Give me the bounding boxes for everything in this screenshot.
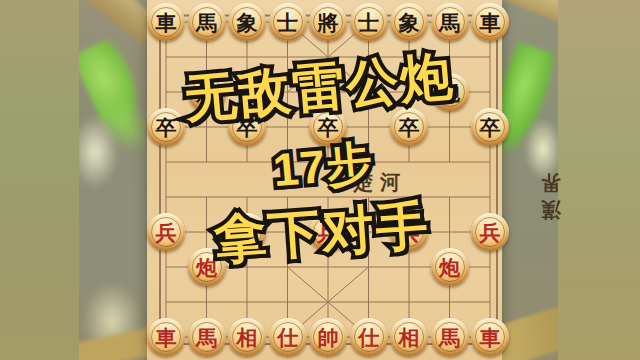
piece-red-advisor[interactable]: 仕 — [269, 318, 307, 356]
piece-red-general[interactable]: 帥 — [309, 318, 347, 356]
piece-red-soldier[interactable]: 兵 — [471, 213, 509, 251]
piece-glyph: 馬 — [439, 12, 460, 33]
piece-black-elephant[interactable]: 象 — [228, 3, 266, 41]
piece-glyph: 車 — [480, 12, 501, 33]
piece-glyph: 相 — [399, 327, 420, 348]
piece-black-horse[interactable]: 馬 — [188, 3, 226, 41]
piece-red-horse[interactable]: 馬 — [431, 318, 469, 356]
piece-glyph: 相 — [237, 327, 258, 348]
piece-glyph: 帥 — [318, 327, 339, 348]
piece-red-horse[interactable]: 馬 — [188, 318, 226, 356]
piece-red-chariot[interactable]: 車 — [147, 318, 185, 356]
piece-red-chariot[interactable]: 車 — [471, 318, 509, 356]
piece-black-elephant[interactable]: 象 — [390, 3, 428, 41]
piece-glyph: 馬 — [196, 12, 217, 33]
piece-glyph: 車 — [156, 327, 177, 348]
piece-red-elephant[interactable]: 相 — [228, 318, 266, 356]
piece-red-cannon[interactable]: 炮 — [431, 248, 469, 286]
background-foliage-left — [79, 0, 147, 360]
piece-glyph: 象 — [399, 12, 420, 33]
piece-black-general[interactable]: 將 — [309, 3, 347, 41]
piece-black-soldier[interactable]: 卒 — [471, 108, 509, 146]
piece-glyph: 車 — [480, 327, 501, 348]
background-branch — [500, 303, 558, 360]
piece-glyph: 炮 — [439, 257, 460, 278]
piece-black-horse[interactable]: 馬 — [431, 3, 469, 41]
piece-black-advisor[interactable]: 士 — [350, 3, 388, 41]
piece-black-advisor[interactable]: 士 — [269, 3, 307, 41]
piece-glyph: 仕 — [358, 327, 379, 348]
river-label-han: 漢界 — [534, 169, 561, 223]
piece-glyph: 象 — [237, 12, 258, 33]
piece-glyph: 車 — [156, 12, 177, 33]
piece-red-elephant[interactable]: 相 — [390, 318, 428, 356]
piece-glyph: 士 — [277, 12, 298, 33]
app-screen: 楚河 漢界 車馬象士將士象馬車炮炮卒卒卒卒卒兵兵兵兵兵炮炮車馬相仕帥仕相馬車 无… — [0, 0, 640, 360]
background-leaf — [79, 115, 119, 189]
piece-red-advisor[interactable]: 仕 — [350, 318, 388, 356]
piece-black-chariot[interactable]: 車 — [471, 3, 509, 41]
piece-glyph: 士 — [358, 12, 379, 33]
piece-glyph: 馬 — [439, 327, 460, 348]
piece-glyph: 卒 — [318, 117, 339, 138]
piece-glyph: 卒 — [480, 117, 501, 138]
piece-glyph: 仕 — [277, 327, 298, 348]
piece-glyph: 兵 — [480, 222, 501, 243]
background-blur-strip-right — [558, 0, 640, 360]
piece-black-chariot[interactable]: 車 — [147, 3, 185, 41]
piece-glyph: 將 — [318, 12, 339, 33]
background-blur-strip-left — [0, 0, 79, 360]
piece-glyph: 馬 — [196, 327, 217, 348]
